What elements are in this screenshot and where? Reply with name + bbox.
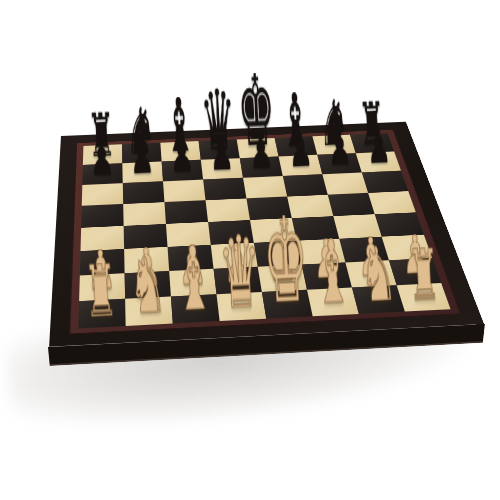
square-f3 — [297, 239, 346, 265]
square-b2: ♟ — [125, 271, 171, 299]
square-g6 — [322, 173, 368, 195]
square-c3 — [168, 245, 214, 271]
square-c2: ♟ — [169, 269, 216, 297]
square-a2: ♟ — [79, 273, 125, 301]
square-g3 — [339, 237, 389, 263]
square-e4 — [250, 218, 297, 243]
square-b4 — [124, 224, 168, 249]
square-c5 — [164, 200, 208, 224]
square-c1: ♝ — [171, 294, 220, 323]
square-e3 — [254, 241, 302, 267]
board-frame: ♜♞♝♛♚♝♞♜♟♟♟♟♟♟♟♟♟♟♟♟♟♟♟♟♜♞♝♛♚♝♞♜ — [49, 122, 484, 347]
square-d5 — [206, 198, 250, 222]
chess-board: ♜♞♝♛♚♝♞♜♟♟♟♟♟♟♟♟♟♟♟♟♟♟♟♟♜♞♝♛♚♝♞♜ — [49, 122, 484, 347]
square-h2: ♟ — [389, 258, 441, 285]
square-h4 — [375, 212, 424, 236]
black-bishop-c8: ♝ — [157, 96, 201, 157]
board-grid: ♜♞♝♛♚♝♞♜♟♟♟♟♟♟♟♟♟♟♟♟♟♟♟♟♜♞♝♛♚♝♞♜ — [78, 133, 450, 328]
square-g1: ♞ — [352, 285, 405, 314]
square-h1: ♜ — [397, 283, 451, 312]
square-g5 — [328, 193, 375, 216]
square-a7: ♟ — [82, 163, 122, 185]
square-d3 — [211, 243, 258, 269]
square-e1: ♚ — [262, 290, 313, 319]
square-f1: ♝ — [307, 287, 359, 316]
square-h8: ♜ — [350, 133, 394, 153]
black-king-e8: ♚ — [235, 72, 279, 152]
square-d1: ♛ — [217, 292, 267, 321]
square-b7: ♟ — [122, 162, 163, 184]
board-accent-border: ♜♞♝♛♚♝♞♜♟♟♟♟♟♟♟♟♟♟♟♟♟♟♟♟♜♞♝♛♚♝♞♜ — [69, 129, 461, 334]
black-rook-h8: ♜ — [350, 99, 395, 148]
square-h5 — [368, 191, 416, 214]
square-b8: ♞ — [122, 143, 162, 164]
chess-set-photo: ♜♞♝♛♚♝♞♜♟♟♟♟♟♟♟♟♟♟♟♟♟♟♟♟♜♞♝♛♚♝♞♜ — [0, 0, 500, 500]
black-knight-b8: ♞ — [117, 105, 165, 158]
square-f6 — [283, 174, 328, 196]
square-h7: ♟ — [356, 152, 401, 173]
black-knight-g8: ♞ — [311, 97, 358, 149]
square-c7: ♟ — [162, 160, 203, 181]
square-a6 — [82, 183, 123, 206]
square-d8: ♛ — [199, 139, 240, 159]
square-e6 — [243, 176, 287, 198]
square-g2: ♟ — [345, 260, 396, 287]
black-queen-d8: ♛ — [195, 86, 241, 154]
square-f7: ♟ — [279, 155, 323, 176]
square-a4 — [81, 226, 125, 251]
black-bishop-f8: ♝ — [273, 91, 317, 151]
square-g7: ♟ — [317, 153, 362, 174]
square-b1: ♞ — [125, 297, 173, 326]
square-a5 — [81, 204, 123, 228]
square-e8: ♚ — [237, 138, 279, 158]
square-b3 — [124, 247, 169, 273]
square-h6 — [362, 171, 408, 193]
square-a3 — [80, 249, 125, 275]
square-e7: ♟ — [240, 157, 283, 178]
square-a1: ♜ — [78, 299, 125, 329]
square-b5 — [123, 202, 166, 226]
square-d2: ♟ — [214, 267, 262, 295]
square-a8: ♜ — [83, 144, 122, 165]
square-d4 — [208, 220, 254, 245]
square-g4 — [333, 214, 381, 238]
square-f8: ♝ — [275, 136, 318, 156]
square-c8: ♝ — [160, 141, 200, 161]
square-b6 — [123, 181, 165, 204]
black-rook-a8: ♜ — [78, 110, 124, 159]
square-f5 — [287, 195, 333, 218]
square-h3 — [382, 235, 433, 261]
square-d6 — [203, 178, 246, 200]
square-e2: ♟ — [258, 265, 307, 292]
square-f4 — [292, 216, 339, 241]
square-c4 — [166, 222, 211, 247]
square-f2: ♟ — [302, 262, 352, 289]
square-g8: ♞ — [312, 135, 355, 155]
square-d7: ♟ — [201, 158, 243, 179]
square-c6 — [163, 180, 206, 203]
square-e5 — [246, 197, 291, 220]
